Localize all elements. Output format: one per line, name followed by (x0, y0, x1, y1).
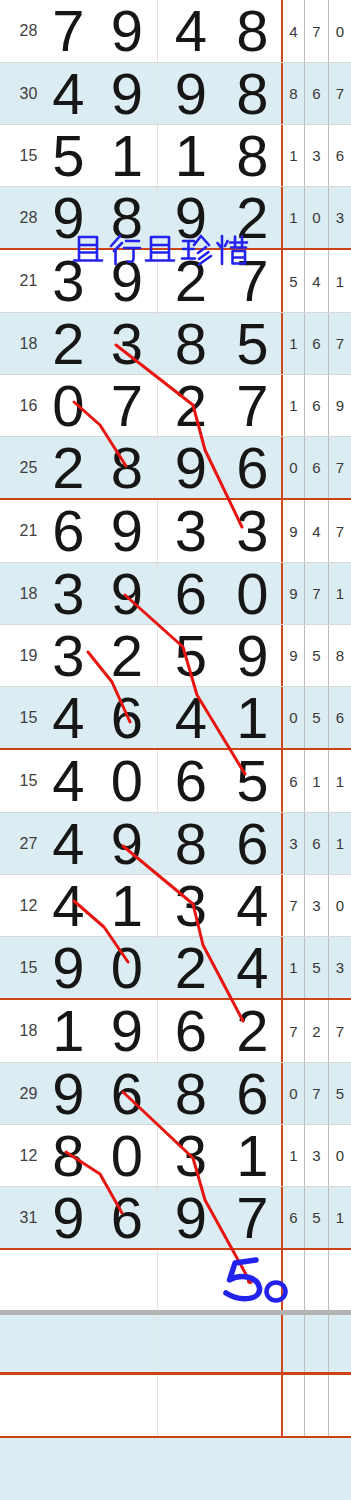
draw-digit: 6 (157, 1000, 224, 1062)
reference-digit: 2 (304, 1000, 328, 1062)
reference-digit: 6 (304, 313, 328, 374)
draw-digit: 7 (40, 0, 97, 62)
draw-digit: 6 (224, 813, 281, 874)
row-sum: 21 (0, 500, 40, 562)
lottery-trend-chart-screen[interactable]: 2879484703049988671551181362898921032139… (0, 0, 351, 1500)
draw-digit: 0 (97, 937, 157, 998)
reference-digit: 0 (328, 875, 351, 936)
row-sum: 31 (0, 1187, 40, 1248)
draw-digit: 4 (224, 875, 281, 936)
draw-digit: 4 (40, 875, 97, 936)
draw-digit: 2 (40, 437, 97, 498)
empty-row-white-1 (0, 1250, 351, 1310)
draw-digit: 6 (224, 1063, 281, 1124)
draw-digit: 9 (97, 1000, 157, 1062)
draw-digit: 1 (97, 125, 157, 186)
reference-digit: 7 (328, 437, 351, 498)
draw-digit: 4 (40, 687, 97, 748)
reference-digit: 3 (304, 875, 328, 936)
draw-row: 304998867 (0, 62, 351, 124)
draw-digit: 9 (40, 1063, 97, 1124)
reference-digit: 7 (328, 500, 351, 562)
reference-digit: 5 (304, 1187, 328, 1248)
draw-digit: 9 (97, 563, 157, 624)
draw-digit: 9 (157, 63, 224, 124)
draw-digit: 2 (157, 375, 224, 436)
draw-digit: 9 (224, 625, 281, 686)
reference-digit: 7 (281, 875, 304, 936)
reference-digit: 1 (281, 937, 304, 998)
reference-digit: 0 (281, 687, 304, 748)
reference-digit: 6 (281, 750, 304, 812)
reference-digit: 9 (281, 625, 304, 686)
draw-row: 182385167 (0, 312, 351, 374)
reference-digit: 5 (328, 1063, 351, 1124)
empty-cell (40, 1375, 97, 1436)
draw-digit: 8 (224, 0, 281, 62)
reference-digit: 7 (304, 0, 328, 62)
draw-row: 252896067 (0, 436, 351, 498)
reference-digit: 5 (281, 250, 304, 312)
draw-row: 319697651 (0, 1186, 351, 1248)
reference-digit: 5 (304, 937, 328, 998)
draw-row: 216933947 (0, 500, 351, 562)
draw-row: 124134730 (0, 874, 351, 936)
draw-digit: 5 (40, 125, 97, 186)
reference-digit: 7 (281, 1000, 304, 1062)
draw-digit: 6 (224, 437, 281, 498)
draw-digit: 3 (224, 500, 281, 562)
draw-digit: 0 (40, 375, 97, 436)
draw-digit: 1 (40, 1000, 97, 1062)
empty-cell (97, 1250, 157, 1310)
draw-digit: 9 (157, 1187, 224, 1248)
draw-digit: 4 (157, 687, 224, 748)
draw-digit: 6 (97, 1187, 157, 1248)
reference-digit: 1 (281, 187, 304, 248)
reference-digit: 1 (328, 750, 351, 812)
draw-row: 155118136 (0, 124, 351, 186)
reference-digit: 6 (304, 437, 328, 498)
draw-row: 183960971 (0, 562, 351, 624)
reference-digit: 6 (304, 63, 328, 124)
draw-digit: 7 (224, 375, 281, 436)
reference-digit: 7 (328, 313, 351, 374)
draw-digit: 5 (224, 313, 281, 374)
draw-digit: 3 (157, 875, 224, 936)
reference-digit: 4 (281, 0, 304, 62)
row-sum: 27 (0, 813, 40, 874)
draw-digit: 2 (157, 937, 224, 998)
reference-digit: 6 (328, 687, 351, 748)
draw-digit: 8 (40, 1125, 97, 1186)
empty-row-blue-2 (0, 1438, 351, 1500)
row-sum: 25 (0, 437, 40, 498)
empty-cell (281, 1375, 304, 1436)
reference-digit: 4 (304, 500, 328, 562)
empty-cell (328, 1250, 351, 1310)
reference-digit: 4 (304, 250, 328, 312)
empty-cell (157, 1375, 224, 1436)
draw-digit: 4 (40, 750, 97, 812)
draw-digit: 8 (224, 63, 281, 124)
draw-digit: 1 (157, 125, 224, 186)
reference-digit: 1 (328, 1187, 351, 1248)
draw-digit: 8 (157, 1063, 224, 1124)
draw-digit: 9 (40, 937, 97, 998)
draw-row: 154641056 (0, 686, 351, 748)
row-sum: 15 (0, 750, 40, 812)
row-sum: 28 (0, 187, 40, 248)
reference-digit: 3 (328, 937, 351, 998)
handwritten-annotation-text: 5o (226, 1258, 271, 1303)
row-sum: 12 (0, 1125, 40, 1186)
empty-cell (224, 1375, 281, 1436)
watermark-text: 且行且珍惜 (71, 230, 246, 275)
draw-row: 274986361 (0, 812, 351, 874)
draw-digit: 4 (224, 937, 281, 998)
draw-digit: 3 (40, 563, 97, 624)
reference-digit: 0 (281, 1063, 304, 1124)
reference-digit: 9 (328, 375, 351, 436)
draw-digit: 0 (97, 750, 157, 812)
empty-row-blue-1 (0, 1315, 351, 1372)
empty-row-white-2 (0, 1375, 351, 1436)
draw-digit: 6 (157, 563, 224, 624)
reference-digit: 3 (281, 813, 304, 874)
trend-grid: 2879484703049988671551181362898921032139… (0, 0, 351, 1250)
draw-digit: 0 (97, 1125, 157, 1186)
empty-cell (40, 1315, 97, 1372)
row-sum: 15 (0, 937, 40, 998)
draw-digit: 4 (40, 813, 97, 874)
empty-cell (328, 1375, 351, 1436)
draw-digit: 6 (40, 500, 97, 562)
empty-cell (97, 1375, 157, 1436)
reference-digit: 3 (304, 125, 328, 186)
empty-cell (281, 1315, 304, 1372)
row-sum: 18 (0, 313, 40, 374)
reference-digit: 0 (281, 437, 304, 498)
draw-digit: 2 (40, 313, 97, 374)
draw-digit: 8 (157, 813, 224, 874)
empty-cell (0, 1250, 40, 1310)
row-sum: 19 (0, 625, 40, 686)
reference-digit: 0 (328, 0, 351, 62)
empty-cell (224, 1315, 281, 1372)
draw-digit: 5 (224, 750, 281, 812)
draw-row: 299686075 (0, 1062, 351, 1124)
row-sum: 18 (0, 563, 40, 624)
reference-digit: 1 (281, 313, 304, 374)
reference-digit: 1 (281, 125, 304, 186)
draw-digit: 2 (97, 625, 157, 686)
empty-cell (281, 1250, 304, 1310)
empty-cell (97, 1315, 157, 1372)
draw-digit: 2 (224, 1000, 281, 1062)
row-sum: 29 (0, 1063, 40, 1124)
draw-digit: 9 (97, 63, 157, 124)
reference-digit: 7 (304, 563, 328, 624)
draw-row: 181962727 (0, 1000, 351, 1062)
empty-cell (304, 1375, 328, 1436)
draw-digit: 3 (157, 1125, 224, 1186)
draw-digit: 3 (97, 313, 157, 374)
draw-digit: 9 (97, 813, 157, 874)
draw-digit: 4 (157, 0, 224, 62)
row-sum: 18 (0, 1000, 40, 1062)
draw-digit: 1 (224, 687, 281, 748)
draw-row: 128031130 (0, 1124, 351, 1186)
empty-cell (0, 1315, 40, 1372)
reference-digit: 1 (328, 813, 351, 874)
draw-digit: 9 (40, 1187, 97, 1248)
draw-digit: 8 (157, 313, 224, 374)
draw-digit: 0 (224, 563, 281, 624)
empty-cell (157, 1250, 224, 1310)
draw-digit: 7 (224, 1187, 281, 1248)
reference-digit: 0 (304, 187, 328, 248)
reference-digit: 1 (281, 375, 304, 436)
draw-digit: 8 (224, 125, 281, 186)
draw-digit: 7 (97, 375, 157, 436)
reference-digit: 5 (304, 625, 328, 686)
row-sum: 15 (0, 125, 40, 186)
reference-digit: 6 (281, 1187, 304, 1248)
row-sum: 12 (0, 875, 40, 936)
row-sum: 30 (0, 63, 40, 124)
reference-digit: 1 (328, 250, 351, 312)
reference-digit: 6 (304, 375, 328, 436)
draw-digit: 6 (97, 687, 157, 748)
draw-digit: 5 (157, 625, 224, 686)
reference-digit: 1 (328, 563, 351, 624)
reference-digit: 9 (281, 500, 304, 562)
draw-row: 287948470 (0, 0, 351, 62)
reference-digit: 7 (328, 63, 351, 124)
reference-digit: 8 (328, 625, 351, 686)
draw-row: 159024153 (0, 936, 351, 998)
draw-digit: 1 (224, 1125, 281, 1186)
reference-digit: 0 (328, 1125, 351, 1186)
reference-digit: 5 (304, 687, 328, 748)
reference-digit: 3 (328, 187, 351, 248)
reference-digit: 9 (281, 563, 304, 624)
row-sum: 15 (0, 687, 40, 748)
empty-cell (304, 1315, 328, 1372)
draw-row: 154065611 (0, 750, 351, 812)
reference-digit: 8 (281, 63, 304, 124)
reference-digit: 1 (281, 1125, 304, 1186)
reference-digit: 6 (304, 813, 328, 874)
draw-digit: 3 (40, 625, 97, 686)
row-sum: 16 (0, 375, 40, 436)
draw-row: 160727169 (0, 374, 351, 436)
reference-digit: 6 (328, 125, 351, 186)
row-sum: 21 (0, 250, 40, 312)
empty-cell (40, 1250, 97, 1310)
empty-cell (0, 1375, 40, 1436)
reference-digit: 1 (304, 750, 328, 812)
draw-digit: 6 (157, 750, 224, 812)
reference-digit: 7 (304, 1063, 328, 1124)
draw-digit: 3 (157, 500, 224, 562)
draw-digit: 6 (97, 1063, 157, 1124)
draw-digit: 9 (97, 0, 157, 62)
draw-digit: 4 (40, 63, 97, 124)
row-sum: 28 (0, 0, 40, 62)
empty-cell (328, 1315, 351, 1372)
draw-digit: 1 (97, 875, 157, 936)
empty-cell (157, 1315, 224, 1372)
reference-digit: 3 (304, 1125, 328, 1186)
draw-digit: 9 (97, 500, 157, 562)
draw-digit: 9 (157, 437, 224, 498)
draw-row: 193259958 (0, 624, 351, 686)
draw-digit: 8 (97, 437, 157, 498)
empty-cell (304, 1250, 328, 1310)
reference-digit: 7 (328, 1000, 351, 1062)
